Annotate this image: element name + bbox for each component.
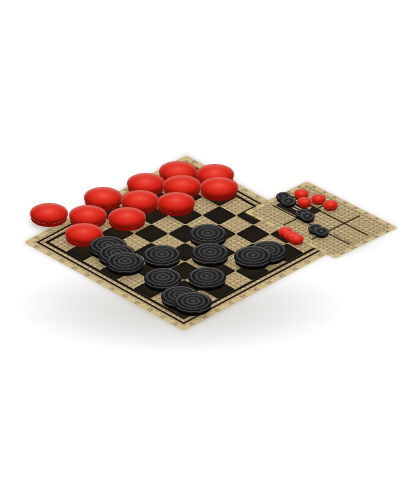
mat-checker-black[interactable] (281, 197, 296, 206)
mat-checker-black[interactable] (314, 227, 329, 236)
checker-red[interactable] (108, 207, 146, 228)
checker-black[interactable] (143, 245, 181, 266)
mat-checker-red[interactable] (323, 200, 338, 209)
checker-black[interactable] (106, 252, 144, 273)
checker-black[interactable] (188, 267, 226, 288)
mat-checker-red[interactable] (289, 234, 304, 243)
mat-checker-red[interactable] (297, 197, 312, 206)
product-photo-scene: MEGA TIC TAC TOE (0, 0, 400, 480)
checker-black[interactable] (191, 243, 229, 264)
checker-red[interactable] (200, 177, 238, 198)
checker-black[interactable] (189, 224, 227, 245)
checker-red[interactable] (30, 203, 68, 224)
mat-checker-black[interactable] (300, 212, 315, 221)
checker-red[interactable] (157, 192, 195, 213)
checker-black[interactable] (234, 246, 272, 267)
checker-black[interactable] (174, 292, 212, 313)
